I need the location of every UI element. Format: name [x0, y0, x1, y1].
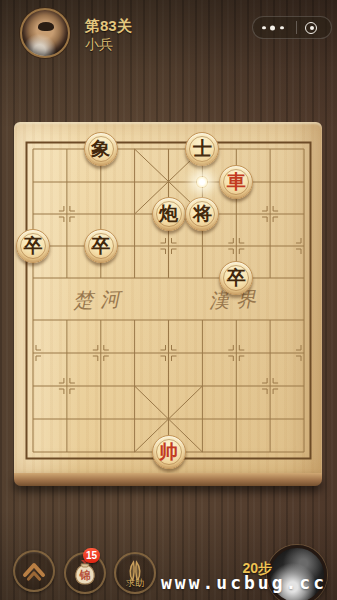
piece-chariot-red[interactable]: 車 — [219, 165, 253, 199]
hint-sparkle-effect — [196, 176, 208, 188]
piece-cannon-black[interactable]: 炮 — [152, 197, 186, 231]
ask-help-button[interactable]: 求助 — [114, 552, 156, 594]
piece-glyph: 象 — [91, 139, 110, 158]
exit-dot-icon — [310, 26, 314, 30]
xiangqi-board: 楚河 漢界 象士車炮将卒卒卒帅 — [14, 122, 322, 473]
piece-glyph: 卒 — [91, 236, 110, 255]
more-icon — [262, 26, 266, 30]
close-button[interactable] — [295, 17, 331, 38]
level-title: 第83关 — [85, 17, 132, 36]
piece-elephant-black[interactable]: 象 — [84, 132, 118, 166]
piece-general-black[interactable]: 将 — [185, 197, 219, 231]
watermark: www.ucbug.cc — [161, 572, 327, 593]
piece-glyph: 卒 — [24, 236, 43, 255]
game-screen: 第83关 小兵 楚河 漢界 象士車炮将卒卒卒帅 锦 — [0, 0, 337, 600]
piece-glyph: 炮 — [159, 204, 178, 223]
player-avatar[interactable] — [20, 8, 70, 58]
more-button[interactable] — [253, 17, 296, 38]
chevron-up-icon — [15, 552, 53, 590]
piece-soldier-black[interactable]: 卒 — [16, 229, 50, 263]
collapse-button[interactable] — [13, 550, 55, 592]
piece-glyph: 車 — [227, 172, 246, 191]
hint-bag-char: 锦 — [79, 569, 91, 581]
piece-glyph: 卒 — [227, 268, 246, 287]
pieces-layer: 象士車炮将卒卒卒帅 — [14, 122, 322, 473]
hint-count-badge: 15 — [83, 548, 100, 563]
piece-general-red[interactable]: 帅 — [152, 435, 186, 469]
piece-advisor-black[interactable]: 士 — [185, 132, 219, 166]
piece-glyph: 帅 — [159, 442, 178, 461]
board-edge — [14, 473, 322, 486]
help-label: 求助 — [116, 577, 154, 590]
player-name: 小兵 — [85, 36, 113, 54]
more-icon — [270, 25, 275, 30]
piece-glyph: 士 — [193, 139, 212, 158]
piece-soldier-black[interactable]: 卒 — [84, 229, 118, 263]
piece-glyph: 将 — [193, 204, 212, 223]
wechat-capsule — [252, 16, 332, 39]
piece-soldier-black[interactable]: 卒 — [219, 261, 253, 295]
more-icon — [280, 26, 284, 30]
